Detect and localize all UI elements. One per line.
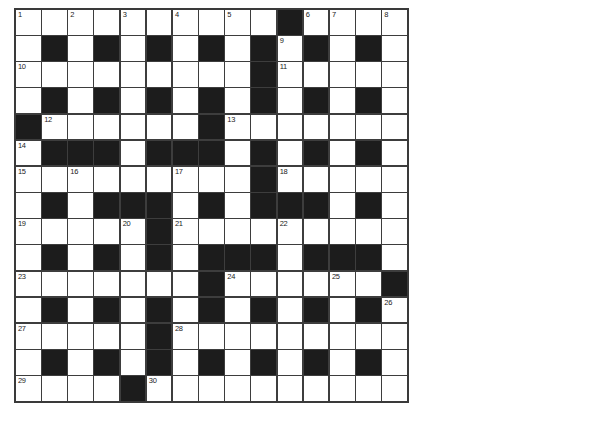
- cell-r10c13-block: [330, 245, 355, 270]
- cell-r10c5[interactable]: [121, 245, 146, 270]
- cell-r10c9-block: [225, 245, 250, 270]
- cell-r10c2-block: [42, 245, 67, 270]
- cell-r11c12[interactable]: [304, 272, 329, 297]
- cell-r3c13[interactable]: [330, 62, 355, 87]
- cell-r15c6[interactable]: 30: [147, 376, 172, 401]
- clue-number-29: 29: [18, 377, 26, 385]
- cell-r13c3[interactable]: [68, 324, 93, 349]
- cell-r12c2-block: [42, 298, 67, 323]
- cell-r12c10-block: [251, 298, 276, 323]
- clue-number-26: 26: [384, 299, 392, 307]
- cell-r13c15[interactable]: [382, 324, 407, 349]
- cell-r1c8[interactable]: [199, 10, 224, 35]
- cell-r11c1[interactable]: 23: [16, 272, 41, 297]
- cell-r13c13[interactable]: [330, 324, 355, 349]
- cell-r2c5[interactable]: [121, 36, 146, 61]
- cell-r12c14-block: [356, 298, 381, 323]
- cell-r10c10-block: [251, 245, 276, 270]
- clue-number-13: 13: [227, 116, 235, 124]
- cell-r6c11[interactable]: [278, 141, 303, 166]
- cell-r4c15[interactable]: [382, 88, 407, 113]
- cell-r14c1[interactable]: [16, 350, 41, 375]
- cell-r2c9[interactable]: [225, 36, 250, 61]
- clue-number-9: 9: [280, 37, 284, 45]
- cell-r5c11[interactable]: [278, 115, 303, 140]
- cell-r5c4[interactable]: [94, 115, 119, 140]
- cell-r1c5[interactable]: 3: [121, 10, 146, 35]
- clue-number-18: 18: [280, 168, 288, 176]
- cell-r6c2-block: [42, 141, 67, 166]
- cell-r5c3[interactable]: [68, 115, 93, 140]
- cell-r14c10-block: [251, 350, 276, 375]
- cell-r14c15[interactable]: [382, 350, 407, 375]
- clue-number-1: 1: [18, 11, 22, 19]
- cell-r9c6-block: [147, 219, 172, 244]
- cell-r11c2[interactable]: [42, 272, 67, 297]
- cell-r13c11[interactable]: [278, 324, 303, 349]
- cell-r5c6[interactable]: [147, 115, 172, 140]
- cell-r14c3[interactable]: [68, 350, 93, 375]
- cell-r12c4-block: [94, 298, 119, 323]
- cell-r1c13[interactable]: 7: [330, 10, 355, 35]
- clue-number-22: 22: [280, 220, 288, 228]
- cell-r2c6-block: [147, 36, 172, 61]
- cell-r6c1[interactable]: 14: [16, 141, 41, 166]
- cell-r10c1[interactable]: [16, 245, 41, 270]
- cell-r1c11-block: [278, 10, 303, 35]
- cell-r6c3-block: [68, 141, 93, 166]
- cell-r9c5[interactable]: 20: [121, 219, 146, 244]
- cell-r13c5[interactable]: [121, 324, 146, 349]
- cell-r15c8[interactable]: [199, 376, 224, 401]
- cell-r2c11[interactable]: 9: [278, 36, 303, 61]
- cell-r4c1[interactable]: [16, 88, 41, 113]
- cell-r4c11[interactable]: [278, 88, 303, 113]
- cell-r11c3[interactable]: [68, 272, 93, 297]
- cell-r5c1-block: [16, 115, 41, 140]
- clue-number-23: 23: [18, 273, 26, 281]
- cell-r6c4-block: [94, 141, 119, 166]
- cell-r13c10[interactable]: [251, 324, 276, 349]
- cell-r15c13[interactable]: [330, 376, 355, 401]
- clue-number-8: 8: [384, 11, 388, 19]
- cell-r11c6[interactable]: [147, 272, 172, 297]
- cell-r8c1[interactable]: [16, 193, 41, 218]
- cell-r7c9[interactable]: [225, 167, 250, 192]
- cell-r7c6[interactable]: [147, 167, 172, 192]
- cell-r4c12-block: [304, 88, 329, 113]
- cell-r9c9[interactable]: [225, 219, 250, 244]
- cell-r8c3[interactable]: [68, 193, 93, 218]
- cell-r11c5[interactable]: [121, 272, 146, 297]
- cell-r6c7-block: [173, 141, 198, 166]
- cell-r3c3[interactable]: [68, 62, 93, 87]
- cell-r8c14-block: [356, 193, 381, 218]
- cell-r1c7[interactable]: 4: [173, 10, 198, 35]
- cell-r6c13[interactable]: [330, 141, 355, 166]
- cell-r15c4[interactable]: [94, 376, 119, 401]
- cell-r10c8-block: [199, 245, 224, 270]
- crossword-grid: 1234567891011121314151617181920212223242…: [14, 8, 409, 403]
- cell-r3c11[interactable]: 11: [278, 62, 303, 87]
- cell-r1c9[interactable]: 5: [225, 10, 250, 35]
- cell-r8c11-block: [278, 193, 303, 218]
- cell-r5c9[interactable]: 13: [225, 115, 250, 140]
- cell-r5c13[interactable]: [330, 115, 355, 140]
- cell-r1c12[interactable]: 6: [304, 10, 329, 35]
- cell-r14c14-block: [356, 350, 381, 375]
- cell-r5c15[interactable]: [382, 115, 407, 140]
- cell-r7c14[interactable]: [356, 167, 381, 192]
- page-background: 1234567891011121314151617181920212223242…: [0, 0, 602, 427]
- cell-r7c11[interactable]: 18: [278, 167, 303, 192]
- cell-r14c12-block: [304, 350, 329, 375]
- cell-r15c14[interactable]: [356, 376, 381, 401]
- cell-r10c7[interactable]: [173, 245, 198, 270]
- cell-r5c7[interactable]: [173, 115, 198, 140]
- cell-r10c11[interactable]: [278, 245, 303, 270]
- cell-r8c13[interactable]: [330, 193, 355, 218]
- cell-r5c5[interactable]: [121, 115, 146, 140]
- cell-r2c1[interactable]: [16, 36, 41, 61]
- cell-r9c14[interactable]: [356, 219, 381, 244]
- clue-number-19: 19: [18, 220, 26, 228]
- cell-r6c12-block: [304, 141, 329, 166]
- cell-r4c5[interactable]: [121, 88, 146, 113]
- cell-r9c8[interactable]: [199, 219, 224, 244]
- cell-r6c6-block: [147, 141, 172, 166]
- clue-number-10: 10: [18, 63, 26, 71]
- cell-r8c4-block: [94, 193, 119, 218]
- cell-r4c4-block: [94, 88, 119, 113]
- clue-number-3: 3: [123, 11, 127, 19]
- cell-r15c5-block: [121, 376, 146, 401]
- cell-r9c10[interactable]: [251, 219, 276, 244]
- cell-r13c12[interactable]: [304, 324, 329, 349]
- cell-r9c3[interactable]: [68, 219, 93, 244]
- cell-r11c10[interactable]: [251, 272, 276, 297]
- cell-r8c8-block: [199, 193, 224, 218]
- cell-r9c7[interactable]: 21: [173, 219, 198, 244]
- cell-r7c13[interactable]: [330, 167, 355, 192]
- cell-r3c9[interactable]: [225, 62, 250, 87]
- cell-r2c14-block: [356, 36, 381, 61]
- cell-r4c3[interactable]: [68, 88, 93, 113]
- cell-r5c2[interactable]: 12: [42, 115, 67, 140]
- cell-r12c12-block: [304, 298, 329, 323]
- cell-r3c1[interactable]: 10: [16, 62, 41, 87]
- cell-r9c4[interactable]: [94, 219, 119, 244]
- cell-r5c12[interactable]: [304, 115, 329, 140]
- cell-r13c6-block: [147, 324, 172, 349]
- cell-r11c13[interactable]: 25: [330, 272, 355, 297]
- cell-r2c15[interactable]: [382, 36, 407, 61]
- cell-r6c15[interactable]: [382, 141, 407, 166]
- cell-r7c7[interactable]: 17: [173, 167, 198, 192]
- cell-r14c13[interactable]: [330, 350, 355, 375]
- cell-r11c11[interactable]: [278, 272, 303, 297]
- cell-r12c8-block: [199, 298, 224, 323]
- cell-r3c15[interactable]: [382, 62, 407, 87]
- cell-r13c14[interactable]: [356, 324, 381, 349]
- cell-r8c9[interactable]: [225, 193, 250, 218]
- cell-r15c15[interactable]: [382, 376, 407, 401]
- cell-r12c5[interactable]: [121, 298, 146, 323]
- cell-r8c5-block: [121, 193, 146, 218]
- cell-r2c3[interactable]: [68, 36, 93, 61]
- cell-r9c13[interactable]: [330, 219, 355, 244]
- cell-r4c7[interactable]: [173, 88, 198, 113]
- cell-r1c4[interactable]: [94, 10, 119, 35]
- cell-r7c2[interactable]: [42, 167, 67, 192]
- cell-r4c9[interactable]: [225, 88, 250, 113]
- cell-r11c15-block: [382, 272, 407, 297]
- cell-r6c5[interactable]: [121, 141, 146, 166]
- clue-number-15: 15: [18, 168, 26, 176]
- cell-r10c14-block: [356, 245, 381, 270]
- clue-number-6: 6: [306, 11, 310, 19]
- cell-r2c4-block: [94, 36, 119, 61]
- cell-r11c4[interactable]: [94, 272, 119, 297]
- cell-r10c3[interactable]: [68, 245, 93, 270]
- cell-r10c6-block: [147, 245, 172, 270]
- cell-r15c9[interactable]: [225, 376, 250, 401]
- cell-r9c12[interactable]: [304, 219, 329, 244]
- clue-number-21: 21: [175, 220, 183, 228]
- cell-r12c3[interactable]: [68, 298, 93, 323]
- cell-r15c7[interactable]: [173, 376, 198, 401]
- cell-r3c14[interactable]: [356, 62, 381, 87]
- cell-r6c14-block: [356, 141, 381, 166]
- cell-r2c10-block: [251, 36, 276, 61]
- cell-r11c9[interactable]: 24: [225, 272, 250, 297]
- cell-r10c15[interactable]: [382, 245, 407, 270]
- cell-r12c9[interactable]: [225, 298, 250, 323]
- cell-r2c13[interactable]: [330, 36, 355, 61]
- cell-r1c1[interactable]: 1: [16, 10, 41, 35]
- cell-r11c7[interactable]: [173, 272, 198, 297]
- cell-r13c1[interactable]: 27: [16, 324, 41, 349]
- clue-number-20: 20: [123, 220, 131, 228]
- clue-number-30: 30: [149, 377, 157, 385]
- cell-r3c8[interactable]: [199, 62, 224, 87]
- cell-r15c11[interactable]: [278, 376, 303, 401]
- cell-r11c8-block: [199, 272, 224, 297]
- cell-r4c14-block: [356, 88, 381, 113]
- cell-r5c8-block: [199, 115, 224, 140]
- cell-r7c10-block: [251, 167, 276, 192]
- clue-number-11: 11: [280, 63, 287, 71]
- clue-number-24: 24: [227, 273, 235, 281]
- cell-r7c1[interactable]: 15: [16, 167, 41, 192]
- cell-r13c2[interactable]: [42, 324, 67, 349]
- cell-r8c6-block: [147, 193, 172, 218]
- cell-r7c5[interactable]: [121, 167, 146, 192]
- cell-r15c3[interactable]: [68, 376, 93, 401]
- cell-r7c8[interactable]: [199, 167, 224, 192]
- cell-r12c13[interactable]: [330, 298, 355, 323]
- cell-r14c9[interactable]: [225, 350, 250, 375]
- clue-number-16: 16: [70, 168, 78, 176]
- cell-r14c7[interactable]: [173, 350, 198, 375]
- cell-r1c2[interactable]: [42, 10, 67, 35]
- cell-r4c13[interactable]: [330, 88, 355, 113]
- cell-r9c15[interactable]: [382, 219, 407, 244]
- cell-r13c4[interactable]: [94, 324, 119, 349]
- cell-r8c2-block: [42, 193, 67, 218]
- cell-r12c7[interactable]: [173, 298, 198, 323]
- cell-r3c10-block: [251, 62, 276, 87]
- cell-r6c9[interactable]: [225, 141, 250, 166]
- clue-number-4: 4: [175, 11, 179, 19]
- cell-r1c6[interactable]: [147, 10, 172, 35]
- clue-number-27: 27: [18, 325, 26, 333]
- cell-r4c10-block: [251, 88, 276, 113]
- cell-r6c10-block: [251, 141, 276, 166]
- cell-r15c10[interactable]: [251, 376, 276, 401]
- clue-number-12: 12: [44, 116, 52, 124]
- cell-r4c8-block: [199, 88, 224, 113]
- clue-number-5: 5: [227, 11, 231, 19]
- cell-r12c6-block: [147, 298, 172, 323]
- cell-r1c15[interactable]: 8: [382, 10, 407, 35]
- clue-number-14: 14: [18, 142, 26, 150]
- cell-r1c14[interactable]: [356, 10, 381, 35]
- cell-r12c15[interactable]: 26: [382, 298, 407, 323]
- cell-r10c12-block: [304, 245, 329, 270]
- cell-r9c1[interactable]: 19: [16, 219, 41, 244]
- cell-r3c7[interactable]: [173, 62, 198, 87]
- cell-r12c11[interactable]: [278, 298, 303, 323]
- clue-number-17: 17: [175, 168, 183, 176]
- cell-r2c12-block: [304, 36, 329, 61]
- cell-r1c3[interactable]: 2: [68, 10, 93, 35]
- cell-r7c4[interactable]: [94, 167, 119, 192]
- cell-r5c10[interactable]: [251, 115, 276, 140]
- cell-r10c4-block: [94, 245, 119, 270]
- cell-r3c2[interactable]: [42, 62, 67, 87]
- cell-r14c8-block: [199, 350, 224, 375]
- cell-r1c10[interactable]: [251, 10, 276, 35]
- cell-r2c2-block: [42, 36, 67, 61]
- clue-number-2: 2: [70, 11, 74, 19]
- cell-r6c8-block: [199, 141, 224, 166]
- cell-r5c14[interactable]: [356, 115, 381, 140]
- cell-r14c6-block: [147, 350, 172, 375]
- cell-r11c14[interactable]: [356, 272, 381, 297]
- clue-number-28: 28: [175, 325, 183, 333]
- cell-r15c2[interactable]: [42, 376, 67, 401]
- cell-r8c10-block: [251, 193, 276, 218]
- cell-r3c4[interactable]: [94, 62, 119, 87]
- cell-r8c7[interactable]: [173, 193, 198, 218]
- cell-r7c15[interactable]: [382, 167, 407, 192]
- cell-r14c2-block: [42, 350, 67, 375]
- cell-r7c3[interactable]: 16: [68, 167, 93, 192]
- cell-r7c12[interactable]: [304, 167, 329, 192]
- cell-r4c6-block: [147, 88, 172, 113]
- cell-r13c9[interactable]: [225, 324, 250, 349]
- cell-r9c11[interactable]: 22: [278, 219, 303, 244]
- cell-r3c5[interactable]: [121, 62, 146, 87]
- cell-r3c6[interactable]: [147, 62, 172, 87]
- cell-r13c7[interactable]: 28: [173, 324, 198, 349]
- cell-r3c12[interactable]: [304, 62, 329, 87]
- cell-r8c12-block: [304, 193, 329, 218]
- cell-r14c11[interactable]: [278, 350, 303, 375]
- cell-r12c1[interactable]: [16, 298, 41, 323]
- cell-r8c15[interactable]: [382, 193, 407, 218]
- cell-r9c2[interactable]: [42, 219, 67, 244]
- cell-r2c8-block: [199, 36, 224, 61]
- cell-r4c2-block: [42, 88, 67, 113]
- cell-r14c5[interactable]: [121, 350, 146, 375]
- cell-r15c1[interactable]: 29: [16, 376, 41, 401]
- cell-r2c7[interactable]: [173, 36, 198, 61]
- cell-r13c8[interactable]: [199, 324, 224, 349]
- cell-r14c4-block: [94, 350, 119, 375]
- clue-number-25: 25: [332, 273, 340, 281]
- cell-r15c12[interactable]: [304, 376, 329, 401]
- clue-number-7: 7: [332, 11, 336, 19]
